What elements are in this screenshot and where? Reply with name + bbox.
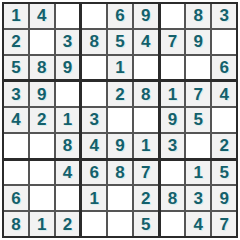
sudoku-cell-r5c4: 3 (82, 108, 106, 132)
sudoku-cell-r1c1: 1 (4, 4, 28, 28)
sudoku-cell-r6c4: 4 (82, 134, 106, 158)
sudoku-cell-r8c9: 9 (212, 186, 236, 210)
sudoku-cell-r7c1[interactable] (4, 161, 28, 185)
sudoku-cell-r9c6: 5 (134, 212, 158, 236)
sudoku-cell-r8c7: 8 (161, 186, 185, 210)
sudoku-block-5: 283491 (82, 82, 157, 157)
sudoku-cell-r9c2: 1 (30, 212, 54, 236)
sudoku-board: 1423589698541837963942182834911749532468… (2, 2, 238, 238)
sudoku-cell-r4c3[interactable] (56, 82, 80, 106)
sudoku-cell-r7c8: 1 (186, 161, 210, 185)
sudoku-cell-r8c2[interactable] (30, 186, 54, 210)
sudoku-block-1: 1423589 (4, 4, 79, 79)
sudoku-cell-r1c6: 9 (134, 4, 158, 28)
sudoku-cell-r6c9: 2 (212, 134, 236, 158)
sudoku-cell-r2c9[interactable] (212, 30, 236, 54)
sudoku-cell-r6c1[interactable] (4, 134, 28, 158)
sudoku-cell-r5c5[interactable] (108, 108, 132, 132)
sudoku-cell-r7c5: 8 (108, 161, 132, 185)
sudoku-block-3: 83796 (161, 4, 236, 79)
sudoku-cell-r4c6: 8 (134, 82, 158, 106)
sudoku-cell-r3c9: 6 (212, 56, 236, 80)
sudoku-cell-r9c5[interactable] (108, 212, 132, 236)
sudoku-block-6: 1749532 (161, 82, 236, 157)
sudoku-cell-r5c3: 1 (56, 108, 80, 132)
sudoku-cell-r9c9: 7 (212, 212, 236, 236)
sudoku-cell-r7c9: 5 (212, 161, 236, 185)
sudoku-cell-r4c7: 1 (161, 82, 185, 106)
sudoku-block-7: 46812 (4, 161, 79, 236)
sudoku-cell-r5c9[interactable] (212, 108, 236, 132)
sudoku-cell-r4c8: 7 (186, 82, 210, 106)
sudoku-cell-r8c6: 2 (134, 186, 158, 210)
sudoku-cell-r1c3[interactable] (56, 4, 80, 28)
sudoku-cell-r6c7: 3 (161, 134, 185, 158)
sudoku-cell-r3c1: 5 (4, 56, 28, 80)
sudoku-cell-r7c7[interactable] (161, 161, 185, 185)
sudoku-cell-r7c4: 6 (82, 161, 106, 185)
sudoku-cell-r4c2: 9 (30, 82, 54, 106)
sudoku-cell-r4c5: 2 (108, 82, 132, 106)
sudoku-cell-r9c8: 4 (186, 212, 210, 236)
sudoku-block-8: 687125 (82, 161, 157, 236)
sudoku-cell-r1c4[interactable] (82, 4, 106, 28)
sudoku-cell-r2c5: 5 (108, 30, 132, 54)
sudoku-cell-r3c8[interactable] (186, 56, 210, 80)
sudoku-cell-r2c7: 7 (161, 30, 185, 54)
sudoku-cell-r8c1: 6 (4, 186, 28, 210)
sudoku-cell-r7c6: 7 (134, 161, 158, 185)
sudoku-cell-r5c2: 2 (30, 108, 54, 132)
sudoku-cell-r5c1: 4 (4, 108, 28, 132)
sudoku-cell-r3c4[interactable] (82, 56, 106, 80)
sudoku-cell-r2c3: 3 (56, 30, 80, 54)
sudoku-cell-r8c8: 3 (186, 186, 210, 210)
sudoku-cell-r2c2[interactable] (30, 30, 54, 54)
sudoku-cell-r8c4: 1 (82, 186, 106, 210)
sudoku-cell-r5c6[interactable] (134, 108, 158, 132)
sudoku-cell-r3c6[interactable] (134, 56, 158, 80)
sudoku-cell-r7c3: 4 (56, 161, 80, 185)
sudoku-cell-r2c6: 4 (134, 30, 158, 54)
sudoku-cell-r5c7: 9 (161, 108, 185, 132)
sudoku-cell-r6c6: 1 (134, 134, 158, 158)
sudoku-cell-r7c2[interactable] (30, 161, 54, 185)
sudoku-cell-r6c5: 9 (108, 134, 132, 158)
sudoku-cell-r9c7[interactable] (161, 212, 185, 236)
sudoku-cell-r3c5: 1 (108, 56, 132, 80)
sudoku-cell-r2c4: 8 (82, 30, 106, 54)
sudoku-block-9: 1583947 (161, 161, 236, 236)
sudoku-cell-r1c5: 6 (108, 4, 132, 28)
sudoku-cell-r3c3: 9 (56, 56, 80, 80)
sudoku-cell-r3c2: 8 (30, 56, 54, 80)
sudoku-cell-r2c8: 9 (186, 30, 210, 54)
sudoku-cell-r4c1: 3 (4, 82, 28, 106)
sudoku-page: 1423589698541837963942182834911749532468… (0, 0, 240, 240)
sudoku-cell-r4c9: 4 (212, 82, 236, 106)
sudoku-cell-r2c1: 2 (4, 30, 28, 54)
sudoku-cell-r6c3: 8 (56, 134, 80, 158)
sudoku-cell-r8c3[interactable] (56, 186, 80, 210)
sudoku-cell-r1c2: 4 (30, 4, 54, 28)
sudoku-cell-r9c1: 8 (4, 212, 28, 236)
sudoku-block-4: 394218 (4, 82, 79, 157)
sudoku-cell-r1c9: 3 (212, 4, 236, 28)
sudoku-block-2: 698541 (82, 4, 157, 79)
sudoku-cell-r9c4[interactable] (82, 212, 106, 236)
sudoku-cell-r6c8[interactable] (186, 134, 210, 158)
sudoku-cell-r6c2[interactable] (30, 134, 54, 158)
sudoku-cell-r8c5[interactable] (108, 186, 132, 210)
sudoku-cell-r1c8: 8 (186, 4, 210, 28)
sudoku-cell-r4c4[interactable] (82, 82, 106, 106)
sudoku-cell-r5c8: 5 (186, 108, 210, 132)
sudoku-cell-r3c7[interactable] (161, 56, 185, 80)
sudoku-cell-r1c7[interactable] (161, 4, 185, 28)
sudoku-cell-r9c3: 2 (56, 212, 80, 236)
